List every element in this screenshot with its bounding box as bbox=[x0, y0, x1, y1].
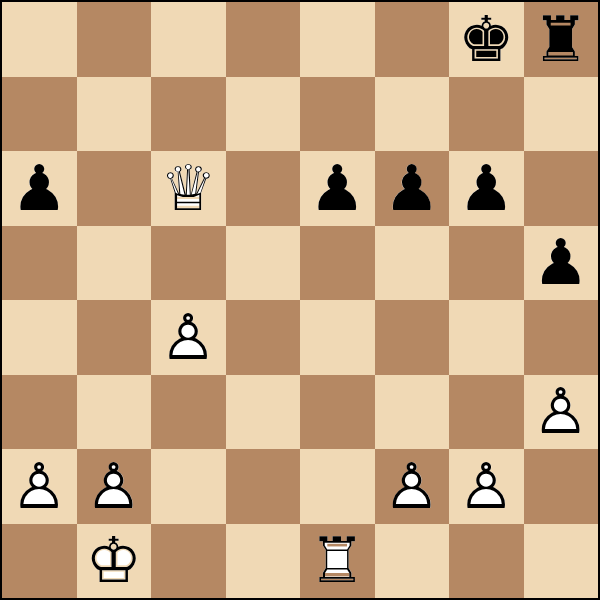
square-c1[interactable] bbox=[151, 524, 226, 599]
piece-black-pawn[interactable]: ♙♟ bbox=[375, 151, 450, 226]
square-b6[interactable] bbox=[77, 151, 152, 226]
square-h7[interactable] bbox=[524, 77, 599, 152]
piece-black-king[interactable]: ♔♚ bbox=[449, 2, 524, 77]
white-pawn-fill-glyph: ♟ bbox=[151, 300, 226, 375]
black-rook-fill-glyph: ♜ bbox=[524, 2, 599, 77]
square-e1[interactable]: ♖♜ bbox=[300, 524, 375, 599]
piece-white-pawn[interactable]: ♙♟ bbox=[77, 449, 152, 524]
square-c8[interactable] bbox=[151, 2, 226, 77]
square-b2[interactable]: ♙♟ bbox=[77, 449, 152, 524]
square-f1[interactable] bbox=[375, 524, 450, 599]
white-pawn-outline-glyph: ♙ bbox=[2, 449, 77, 524]
square-e2[interactable] bbox=[300, 449, 375, 524]
piece-black-pawn[interactable]: ♙♟ bbox=[524, 226, 599, 301]
square-a5[interactable] bbox=[2, 226, 77, 301]
square-d8[interactable] bbox=[226, 2, 301, 77]
piece-white-king[interactable]: ♔♚ bbox=[77, 524, 152, 599]
square-d7[interactable] bbox=[226, 77, 301, 152]
square-c4[interactable]: ♙♟ bbox=[151, 300, 226, 375]
black-pawn-fill-glyph: ♟ bbox=[449, 151, 524, 226]
square-g5[interactable] bbox=[449, 226, 524, 301]
square-g1[interactable] bbox=[449, 524, 524, 599]
black-pawn-outline-glyph: ♙ bbox=[300, 151, 375, 226]
square-a1[interactable] bbox=[2, 524, 77, 599]
white-pawn-fill-glyph: ♟ bbox=[77, 449, 152, 524]
piece-white-pawn[interactable]: ♙♟ bbox=[151, 300, 226, 375]
black-pawn-outline-glyph: ♙ bbox=[2, 151, 77, 226]
square-d5[interactable] bbox=[226, 226, 301, 301]
square-b4[interactable] bbox=[77, 300, 152, 375]
black-pawn-outline-glyph: ♙ bbox=[449, 151, 524, 226]
square-f6[interactable]: ♙♟ bbox=[375, 151, 450, 226]
square-d1[interactable] bbox=[226, 524, 301, 599]
white-pawn-outline-glyph: ♙ bbox=[77, 449, 152, 524]
white-pawn-fill-glyph: ♟ bbox=[375, 449, 450, 524]
black-pawn-fill-glyph: ♟ bbox=[300, 151, 375, 226]
white-pawn-outline-glyph: ♙ bbox=[375, 449, 450, 524]
black-pawn-outline-glyph: ♙ bbox=[524, 226, 599, 301]
square-h4[interactable] bbox=[524, 300, 599, 375]
square-a4[interactable] bbox=[2, 300, 77, 375]
square-c3[interactable] bbox=[151, 375, 226, 450]
square-h3[interactable]: ♙♟ bbox=[524, 375, 599, 450]
white-rook-fill-glyph: ♜ bbox=[300, 524, 375, 599]
piece-black-pawn[interactable]: ♙♟ bbox=[300, 151, 375, 226]
black-pawn-fill-glyph: ♟ bbox=[524, 226, 599, 301]
square-g6[interactable]: ♙♟ bbox=[449, 151, 524, 226]
square-g7[interactable] bbox=[449, 77, 524, 152]
square-d6[interactable] bbox=[226, 151, 301, 226]
square-c2[interactable] bbox=[151, 449, 226, 524]
square-h6[interactable] bbox=[524, 151, 599, 226]
black-pawn-fill-glyph: ♟ bbox=[2, 151, 77, 226]
white-king-fill-glyph: ♚ bbox=[77, 524, 152, 599]
piece-black-pawn[interactable]: ♙♟ bbox=[2, 151, 77, 226]
square-b1[interactable]: ♔♚ bbox=[77, 524, 152, 599]
black-king-outline-glyph: ♔ bbox=[449, 2, 524, 77]
square-h5[interactable]: ♙♟ bbox=[524, 226, 599, 301]
black-king-fill-glyph: ♚ bbox=[449, 2, 524, 77]
square-f7[interactable] bbox=[375, 77, 450, 152]
white-pawn-outline-glyph: ♙ bbox=[151, 300, 226, 375]
white-pawn-fill-glyph: ♟ bbox=[2, 449, 77, 524]
square-f5[interactable] bbox=[375, 226, 450, 301]
piece-white-pawn[interactable]: ♙♟ bbox=[524, 375, 599, 450]
white-queen-fill-glyph: ♛ bbox=[151, 151, 226, 226]
square-e8[interactable] bbox=[300, 2, 375, 77]
square-h1[interactable] bbox=[524, 524, 599, 599]
square-e5[interactable] bbox=[300, 226, 375, 301]
chess-board: ♔♚♖♜♙♟♕♛♙♟♙♟♙♟♙♟♙♟♙♟♙♟♙♟♙♟♙♟♔♚♖♜ bbox=[0, 0, 600, 600]
square-e6[interactable]: ♙♟ bbox=[300, 151, 375, 226]
piece-white-pawn[interactable]: ♙♟ bbox=[2, 449, 77, 524]
square-a7[interactable] bbox=[2, 77, 77, 152]
piece-white-pawn[interactable]: ♙♟ bbox=[449, 449, 524, 524]
square-f2[interactable]: ♙♟ bbox=[375, 449, 450, 524]
square-b8[interactable] bbox=[77, 2, 152, 77]
square-f8[interactable] bbox=[375, 2, 450, 77]
white-pawn-fill-glyph: ♟ bbox=[524, 375, 599, 450]
square-c5[interactable] bbox=[151, 226, 226, 301]
square-h8[interactable]: ♖♜ bbox=[524, 2, 599, 77]
square-b5[interactable] bbox=[77, 226, 152, 301]
square-h2[interactable] bbox=[524, 449, 599, 524]
square-d4[interactable] bbox=[226, 300, 301, 375]
white-pawn-outline-glyph: ♙ bbox=[524, 375, 599, 450]
square-e7[interactable] bbox=[300, 77, 375, 152]
white-king-outline-glyph: ♔ bbox=[77, 524, 152, 599]
black-pawn-fill-glyph: ♟ bbox=[375, 151, 450, 226]
square-c6[interactable]: ♕♛ bbox=[151, 151, 226, 226]
square-e4[interactable] bbox=[300, 300, 375, 375]
piece-white-pawn[interactable]: ♙♟ bbox=[375, 449, 450, 524]
white-queen-outline-glyph: ♕ bbox=[151, 151, 226, 226]
piece-white-queen[interactable]: ♕♛ bbox=[151, 151, 226, 226]
square-f3[interactable] bbox=[375, 375, 450, 450]
square-g8[interactable]: ♔♚ bbox=[449, 2, 524, 77]
black-pawn-outline-glyph: ♙ bbox=[375, 151, 450, 226]
square-d3[interactable] bbox=[226, 375, 301, 450]
square-g2[interactable]: ♙♟ bbox=[449, 449, 524, 524]
square-d2[interactable] bbox=[226, 449, 301, 524]
black-rook-outline-glyph: ♖ bbox=[524, 2, 599, 77]
square-a2[interactable]: ♙♟ bbox=[2, 449, 77, 524]
square-b7[interactable] bbox=[77, 77, 152, 152]
white-pawn-outline-glyph: ♙ bbox=[449, 449, 524, 524]
piece-white-rook[interactable]: ♖♜ bbox=[300, 524, 375, 599]
square-c7[interactable] bbox=[151, 77, 226, 152]
square-e3[interactable] bbox=[300, 375, 375, 450]
square-f4[interactable] bbox=[375, 300, 450, 375]
piece-black-rook[interactable]: ♖♜ bbox=[524, 2, 599, 77]
square-a6[interactable]: ♙♟ bbox=[2, 151, 77, 226]
square-g4[interactable] bbox=[449, 300, 524, 375]
piece-black-pawn[interactable]: ♙♟ bbox=[449, 151, 524, 226]
square-a3[interactable] bbox=[2, 375, 77, 450]
white-pawn-fill-glyph: ♟ bbox=[449, 449, 524, 524]
square-g3[interactable] bbox=[449, 375, 524, 450]
square-a8[interactable] bbox=[2, 2, 77, 77]
white-rook-outline-glyph: ♖ bbox=[300, 524, 375, 599]
square-b3[interactable] bbox=[77, 375, 152, 450]
